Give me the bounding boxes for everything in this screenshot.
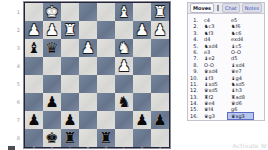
rank-label-1: 1 (12, 3, 22, 21)
move-number: 6. (188, 49, 200, 55)
white-king-g1: ♚ (45, 3, 58, 21)
white-pawn-a2: ♟ (153, 21, 166, 39)
square-a4[interactable] (151, 57, 169, 75)
file-label-h: h (25, 146, 43, 150)
square-a6[interactable] (151, 93, 169, 111)
square-h2[interactable]: ♟ (25, 21, 43, 39)
square-g7[interactable] (43, 111, 61, 129)
move-black-16[interactable]: ♛xg3 (227, 112, 254, 120)
black-pawn-f7: ♟ (63, 111, 76, 129)
rank-label-4: 4 (12, 57, 22, 75)
square-d1[interactable] (97, 3, 115, 21)
square-h7[interactable]: ♟ (25, 111, 43, 129)
file-label-a: a (151, 146, 169, 150)
black-bishop-h3: ♝ (27, 39, 40, 57)
square-c4[interactable]: ♟ (115, 57, 133, 75)
rank-label-3: 3 (12, 39, 22, 57)
moves-panel: Moves Chat Notes 1.c4e52.♞c3♞f63.♞f3♞c64… (187, 2, 265, 121)
black-pawn-h7: ♟ (27, 111, 40, 129)
white-rook-f2: ♜ (63, 21, 76, 39)
tab-chat[interactable]: Chat (222, 3, 240, 13)
square-a5[interactable] (151, 75, 169, 93)
square-g4[interactable] (43, 57, 61, 75)
file-label-f: f (61, 146, 79, 150)
square-b7[interactable]: ♟ (133, 111, 151, 129)
move-number: 15. (188, 106, 200, 112)
square-b2[interactable]: ♟ (133, 21, 151, 39)
file-labels: hgfedcba (25, 146, 169, 150)
move-white-16[interactable]: ♛g3 (200, 112, 227, 120)
move-number: 7. (188, 55, 200, 61)
square-f6[interactable] (61, 93, 79, 111)
square-c1[interactable]: ♝ (115, 3, 133, 21)
white-bishop-c1: ♝ (117, 3, 130, 21)
square-f5[interactable] (61, 75, 79, 93)
move-number: 11. (188, 81, 200, 87)
white-pawn-e3: ♟ (81, 39, 94, 57)
square-f1[interactable] (61, 3, 79, 21)
activate-watermark: Activate W (233, 142, 267, 149)
tab-moves[interactable]: Moves (190, 3, 214, 13)
square-a7[interactable]: ♟ (151, 111, 169, 129)
rank-label-5: 5 (12, 75, 22, 93)
rank-label-2: 2 (12, 21, 22, 39)
move-number: 8. (188, 62, 200, 68)
file-label-e: e (79, 146, 97, 150)
black-pawn-g6: ♟ (45, 93, 58, 111)
move-number: 16. (188, 113, 200, 119)
square-d3[interactable] (97, 39, 115, 57)
square-c6[interactable]: ♞ (115, 93, 133, 111)
move-number: 14. (188, 100, 200, 106)
square-d7[interactable] (97, 111, 115, 129)
white-pawn-g2: ♟ (45, 21, 58, 39)
square-e7[interactable] (79, 111, 97, 129)
square-h1[interactable] (25, 3, 43, 21)
black-pawn-b7: ♟ (135, 111, 148, 129)
square-b3[interactable] (133, 39, 151, 57)
white-knight-c3: ♞ (117, 39, 130, 57)
square-d4[interactable] (97, 57, 115, 75)
square-c3[interactable]: ♞ (115, 39, 133, 57)
move-list: 1.c4e52.♞c3♞f63.♞f3♞c64.d4exd45.♞xd4♝c56… (188, 14, 264, 118)
square-f2[interactable]: ♜ (61, 21, 79, 39)
file-label-c: c (115, 146, 133, 150)
square-e1[interactable] (79, 3, 97, 21)
rank-label-8: 8 (12, 129, 22, 147)
move-number: 2. (188, 23, 200, 29)
file-label-g: g (43, 146, 61, 150)
square-e2[interactable] (79, 21, 97, 39)
square-b5[interactable] (133, 75, 151, 93)
move-number: 13. (188, 94, 200, 100)
square-g2[interactable]: ♟ (43, 21, 61, 39)
square-a2[interactable]: ♟ (151, 21, 169, 39)
logo-fragment (8, 146, 15, 150)
square-a1[interactable]: ♜ (151, 3, 169, 21)
popout-icon[interactable] (217, 5, 219, 11)
rank-labels: 12345678 (12, 3, 22, 147)
file-label-d: d (97, 146, 115, 150)
square-c7[interactable] (115, 111, 133, 129)
move-number: 3. (188, 30, 200, 36)
square-f3[interactable] (61, 39, 79, 57)
panel-tabs: Moves Chat Notes (188, 3, 264, 14)
move-number: 1. (188, 17, 200, 23)
square-a3[interactable] (151, 39, 169, 57)
square-g5[interactable] (43, 75, 61, 93)
black-queen-g3: ♛ (45, 39, 58, 57)
move-number: 12. (188, 87, 200, 93)
square-e6[interactable] (79, 93, 97, 111)
square-g6[interactable]: ♟ (43, 93, 61, 111)
black-knight-c6: ♞ (117, 93, 130, 111)
square-h5[interactable] (25, 75, 43, 93)
white-pawn-h2: ♟ (27, 21, 40, 39)
move-number: 10. (188, 75, 200, 81)
move-number: 4. (188, 36, 200, 42)
move-number: 9. (188, 68, 200, 74)
square-d6[interactable] (97, 93, 115, 111)
square-h3[interactable]: ♝ (25, 39, 43, 57)
square-g1[interactable]: ♚ (43, 3, 61, 21)
square-h4[interactable] (25, 57, 43, 75)
square-c2[interactable] (115, 21, 133, 39)
square-e4[interactable] (79, 57, 97, 75)
square-d2[interactable] (97, 21, 115, 39)
tab-notes[interactable]: Notes (242, 3, 262, 13)
square-f7[interactable]: ♟ (61, 111, 79, 129)
rank-label-7: 7 (12, 111, 22, 129)
square-b4[interactable] (133, 57, 151, 75)
square-d5[interactable] (97, 75, 115, 93)
square-b1[interactable] (133, 3, 151, 21)
black-pawn-a7: ♟ (153, 111, 166, 129)
square-e3[interactable]: ♟ (79, 39, 97, 57)
square-f4[interactable] (61, 57, 79, 75)
white-rook-a1: ♜ (153, 3, 166, 21)
square-e5[interactable] (79, 75, 97, 93)
white-pawn-c4: ♟ (117, 57, 130, 75)
square-g3[interactable]: ♛ (43, 39, 61, 57)
rank-label-6: 6 (12, 93, 22, 111)
move-row-16: 16.♛g3♛xg3 (188, 112, 264, 118)
file-label-b: b (133, 146, 151, 150)
square-h6[interactable] (25, 93, 43, 111)
square-b6[interactable] (133, 93, 151, 111)
chess-board: ♚♝♜♟♟♜♟♟♝♛♟♞♟♟♞♟♟♟♟♚♜♜ (24, 2, 170, 148)
square-c5[interactable] (115, 75, 133, 93)
move-number: 5. (188, 43, 200, 49)
white-pawn-b2: ♟ (135, 21, 148, 39)
